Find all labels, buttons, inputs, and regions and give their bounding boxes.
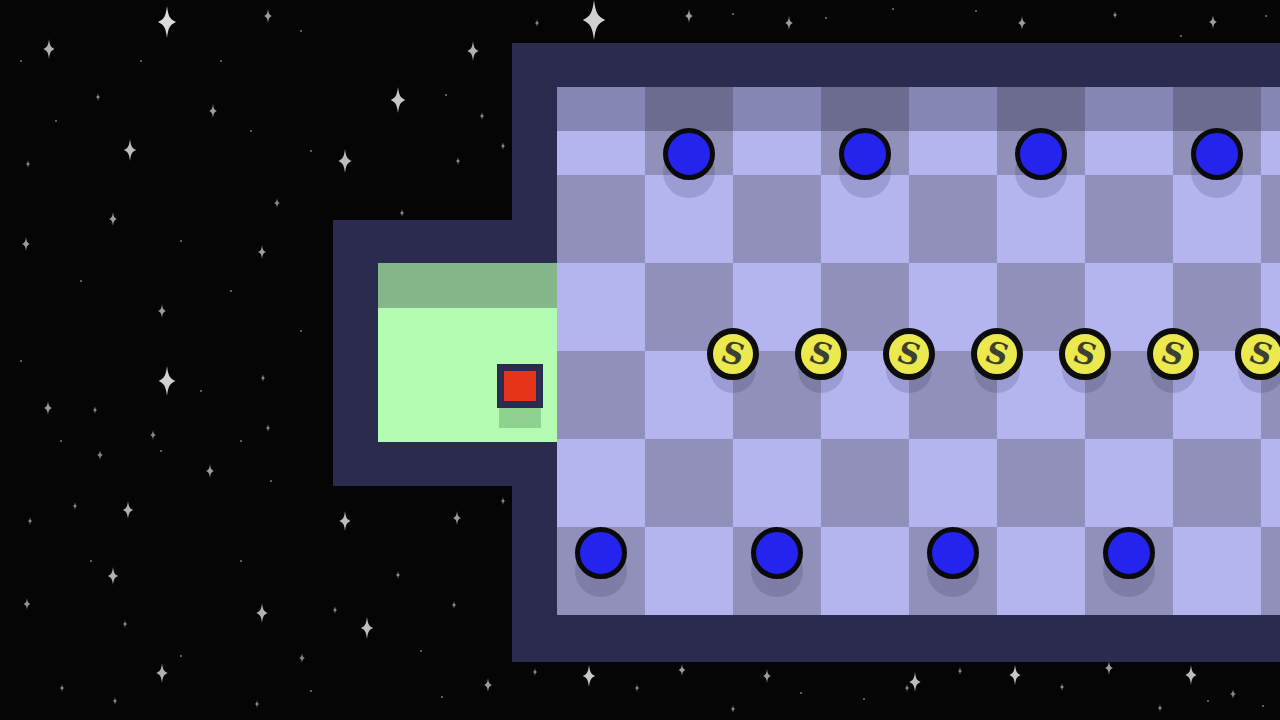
star-dot — [800, 692, 802, 694]
coin[interactable]: S — [1059, 328, 1111, 380]
floor-tile — [821, 527, 909, 615]
star-icon — [909, 672, 922, 696]
coin[interactable]: S — [883, 328, 935, 380]
star-icon — [96, 87, 101, 105]
star-icon — [44, 401, 53, 419]
enemy-blue-orb[interactable] — [575, 527, 627, 579]
star-icon — [43, 39, 56, 63]
star-icon — [333, 600, 338, 618]
coin-dollar-glyph: S — [893, 337, 924, 371]
star-icon — [958, 661, 963, 679]
star-icon — [23, 596, 31, 614]
star-icon — [22, 237, 31, 255]
star-icon — [390, 87, 407, 117]
star-dot — [220, 60, 222, 62]
wall-shadow-band — [557, 87, 1280, 131]
floor-tile — [1173, 527, 1261, 615]
floor-tile — [1261, 175, 1280, 263]
star-icon — [109, 212, 118, 230]
star-dot — [160, 450, 162, 452]
floor-tile — [1085, 439, 1173, 527]
floor-tile — [1085, 175, 1173, 263]
coin-dollar-glyph: S — [1245, 337, 1276, 371]
star-icon — [467, 41, 480, 65]
star-icon — [274, 194, 281, 212]
star-dot — [230, 290, 232, 292]
star-dot — [180, 240, 182, 242]
star-dot — [55, 120, 57, 122]
star-icon — [1018, 16, 1027, 34]
star-icon — [255, 694, 260, 712]
coin[interactable]: S — [795, 328, 847, 380]
star-dot — [732, 13, 734, 15]
star-icon — [209, 104, 218, 122]
star-icon — [28, 511, 33, 529]
floor-tile — [1173, 439, 1261, 527]
star-icon — [299, 649, 306, 667]
wall-segment — [512, 43, 1280, 87]
star-dot — [1262, 705, 1264, 707]
star-icon — [1230, 685, 1237, 703]
star-icon — [635, 678, 640, 696]
star-dot — [240, 440, 242, 442]
coin[interactable]: S — [707, 328, 759, 380]
coin[interactable]: S — [1147, 328, 1199, 380]
star-icon — [396, 565, 401, 583]
star-icon — [266, 418, 271, 436]
star-dot — [270, 480, 272, 482]
star-dot — [140, 60, 142, 62]
star-icon — [157, 6, 178, 42]
floor-tile — [733, 175, 821, 263]
star-dot — [300, 330, 302, 332]
star-dot — [20, 360, 22, 362]
star-dot — [420, 650, 422, 652]
star-icon — [339, 511, 352, 535]
star-icon — [533, 662, 538, 680]
enemy-blue-orb[interactable] — [1191, 128, 1243, 180]
star-icon — [1105, 661, 1114, 679]
wall-segment — [512, 43, 557, 220]
star-icon — [1185, 665, 1198, 689]
star-icon — [452, 595, 457, 613]
coin-dollar-glyph: S — [1069, 337, 1100, 371]
star-icon — [1113, 5, 1118, 23]
star-icon — [484, 678, 493, 696]
star-dot — [310, 150, 312, 152]
green-room-shadow-band — [378, 263, 557, 308]
star-icon — [93, 400, 98, 418]
star-dot — [240, 560, 242, 562]
floor-tile — [733, 439, 821, 527]
coin-dollar-glyph: S — [717, 337, 748, 371]
floor-tile — [997, 439, 1085, 527]
floor-tile — [557, 439, 645, 527]
star-dot — [90, 560, 92, 562]
star-icon — [400, 203, 405, 221]
star-dot — [892, 8, 894, 10]
star-dot — [310, 690, 312, 692]
floor-tile — [997, 527, 1085, 615]
star-icon — [360, 617, 374, 643]
player-core — [504, 371, 536, 401]
star-icon — [158, 304, 167, 322]
star-icon — [261, 368, 266, 386]
star-dot — [80, 280, 82, 282]
floor-tile — [1261, 527, 1280, 615]
star-icon — [1158, 698, 1163, 716]
star-icon — [150, 426, 157, 444]
star-icon — [122, 501, 134, 523]
star-icon — [501, 136, 506, 154]
game-viewport[interactable]: SSSSSSS — [0, 0, 1280, 720]
star-icon — [123, 139, 137, 165]
star-icon — [785, 16, 794, 34]
star-dot — [180, 655, 182, 657]
star-dot — [863, 698, 865, 700]
star-dot — [445, 94, 447, 96]
star-dot — [300, 30, 302, 32]
star-icon — [1209, 15, 1218, 33]
star-icon — [73, 496, 78, 514]
star-dot — [1207, 700, 1209, 702]
star-dot — [250, 130, 252, 132]
star-icon — [1060, 677, 1065, 695]
enemy-blue-orb[interactable] — [927, 527, 979, 579]
enemy-blue-orb[interactable] — [839, 128, 891, 180]
floor-tile — [821, 439, 909, 527]
star-icon — [123, 614, 128, 632]
floor-tile — [645, 527, 733, 615]
star-icon — [97, 446, 104, 464]
floor-tile — [1261, 439, 1280, 527]
coin-dollar-glyph: S — [1157, 337, 1188, 371]
player-shadow — [499, 408, 541, 428]
star-dot — [825, 17, 827, 19]
floor-tile — [557, 175, 645, 263]
enemy-blue-orb[interactable] — [751, 527, 803, 579]
wall-segment — [333, 442, 557, 486]
star-icon — [763, 669, 772, 687]
star-icon — [1009, 665, 1022, 689]
star-icon — [678, 662, 686, 680]
star-dot — [1180, 35, 1182, 37]
star-icon — [113, 691, 118, 709]
enemy-blue-orb[interactable] — [663, 128, 715, 180]
enemy-blue-orb[interactable] — [1103, 527, 1155, 579]
floor-tile — [645, 439, 733, 527]
star-dot — [1265, 15, 1267, 17]
star-icon — [60, 678, 65, 696]
enemy-blue-orb[interactable] — [1015, 128, 1067, 180]
star-icon — [206, 464, 215, 482]
star-icon — [535, 13, 540, 31]
coin[interactable]: S — [1235, 328, 1280, 380]
star-dot — [200, 390, 202, 392]
wall-segment — [512, 615, 1280, 662]
star-icon — [157, 366, 177, 400]
star-dot — [60, 440, 62, 442]
coin[interactable]: S — [971, 328, 1023, 380]
star-icon — [731, 699, 736, 717]
star-icon — [156, 663, 169, 687]
star-icon — [337, 149, 353, 177]
star-icon — [264, 9, 273, 27]
star-icon — [685, 9, 694, 27]
star-dot — [975, 10, 977, 12]
star-icon — [581, 0, 607, 44]
floor-tile — [557, 263, 645, 351]
star-dot — [20, 60, 22, 62]
star-icon — [107, 567, 119, 589]
coin-dollar-glyph: S — [981, 337, 1012, 371]
floor-tile — [909, 175, 997, 263]
floor-tile — [909, 439, 997, 527]
star-icon — [256, 603, 269, 627]
star-icon — [26, 154, 31, 172]
player-red-square[interactable] — [497, 364, 543, 408]
star-icon — [905, 678, 910, 696]
star-icon — [258, 245, 267, 263]
star-icon — [501, 491, 506, 509]
star-icon — [582, 665, 596, 691]
star-dot — [441, 696, 443, 698]
star-icon — [480, 106, 485, 124]
floor-tile — [557, 351, 645, 439]
star-icon — [456, 151, 461, 169]
star-icon — [453, 511, 462, 529]
coin-dollar-glyph: S — [805, 337, 836, 371]
